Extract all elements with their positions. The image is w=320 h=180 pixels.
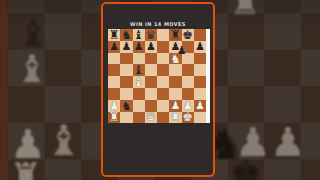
piece-white-k-g1: ♚ [182, 112, 194, 124]
square-h4 [194, 76, 206, 88]
background-bishop-silhouette: ♝ [15, 50, 49, 88]
piece-black-p-a7: ♟ [108, 41, 120, 53]
background-left-strip [0, 0, 7, 180]
square-h6 [194, 53, 206, 65]
square-b3 [120, 88, 132, 100]
piece-white-b-c4: ♝ [133, 76, 145, 88]
square-a1: ♜ [108, 112, 120, 124]
square-a6 [108, 53, 120, 65]
square-e1 [157, 112, 169, 124]
piece-white-p-h2: ♟ [194, 100, 206, 112]
square-b4 [120, 76, 132, 88]
square-a5 [108, 64, 120, 76]
puzzle-title: WIN IN 14 MOVES [103, 21, 213, 27]
square-c2 [133, 100, 145, 112]
square-a3 [108, 88, 120, 100]
piece-black-p-c7: ♟ [133, 41, 145, 53]
video-frame[interactable]: WIN IN 14 MOVES ♜♞♝♛♜♚♟♟♟♟♟♟♟♞♝♝♟♞♟♟♟♜♛♜… [101, 2, 215, 177]
square-h1 [194, 112, 206, 124]
square-d1: ♛ [145, 112, 157, 124]
square-d5 [145, 64, 157, 76]
square-g5 [182, 64, 194, 76]
background-rook-silhouette: ♜ [9, 158, 43, 180]
background-king-silhouette: ♚ [230, 156, 262, 180]
square-e7 [157, 41, 169, 53]
square-c7: ♟ [133, 41, 145, 53]
square-g8: ♚ [182, 29, 194, 41]
square-b2: ♞ [120, 100, 132, 112]
square-h5 [194, 64, 206, 76]
square-e8 [157, 29, 169, 41]
square-b7: ♟ [120, 41, 132, 53]
square-f1: ♜ [169, 112, 181, 124]
square-d6 [145, 53, 157, 65]
square-d3 [145, 88, 157, 100]
square-e3 [157, 88, 169, 100]
square-a4 [108, 76, 120, 88]
shorts-video-background: ♝♝♟♝♜♟♟♞♚♜ WIN IN 14 MOVES ♜♞♝♛♜♚♟♟♟♟♟♟♟… [0, 0, 320, 180]
square-h2: ♟ [194, 100, 206, 112]
square-d4 [145, 76, 157, 88]
square-c3 [133, 88, 145, 100]
piece-white-r-f1: ♜ [169, 112, 181, 124]
background-bishop-silhouette: ♝ [45, 120, 83, 162]
background-pawn-silhouette: ♟ [270, 122, 306, 162]
background-rook-silhouette: ♜ [229, 0, 261, 20]
square-g4 [182, 76, 194, 88]
piece-black-p-b7: ♟ [120, 41, 132, 53]
piece-black-p-d7: ♟ [145, 41, 157, 53]
chess-board: ♜♞♝♛♜♚♟♟♟♟♟♟♟♞♝♝♟♞♟♟♟♜♛♜♚ [108, 29, 206, 123]
square-d7: ♟ [145, 41, 157, 53]
square-g1: ♚ [182, 112, 194, 124]
piece-white-r-a1: ♜ [108, 112, 120, 124]
board-side-panel [206, 29, 210, 123]
square-a7: ♟ [108, 41, 120, 53]
piece-black-n-b2: ♞ [120, 100, 132, 112]
square-h7: ♟ [194, 41, 206, 53]
square-f3 [169, 88, 181, 100]
square-c1 [133, 112, 145, 124]
square-b5 [120, 64, 132, 76]
square-e2 [157, 100, 169, 112]
square-e4 [157, 76, 169, 88]
piece-black-p-g7: ♟ [176, 45, 188, 57]
square-f4 [169, 76, 181, 88]
square-c4: ♝ [133, 76, 145, 88]
square-e5 [157, 64, 169, 76]
square-b6 [120, 53, 132, 65]
square-g7: ♟ [182, 41, 194, 53]
piece-white-q-d1: ♛ [145, 112, 157, 124]
square-f5 [169, 64, 181, 76]
piece-black-k-g8: ♚ [182, 29, 194, 41]
square-b1 [120, 112, 132, 124]
square-h3 [194, 88, 206, 100]
square-e6 [157, 53, 169, 65]
piece-black-p-h7: ♟ [194, 41, 206, 53]
square-g3 [182, 88, 194, 100]
